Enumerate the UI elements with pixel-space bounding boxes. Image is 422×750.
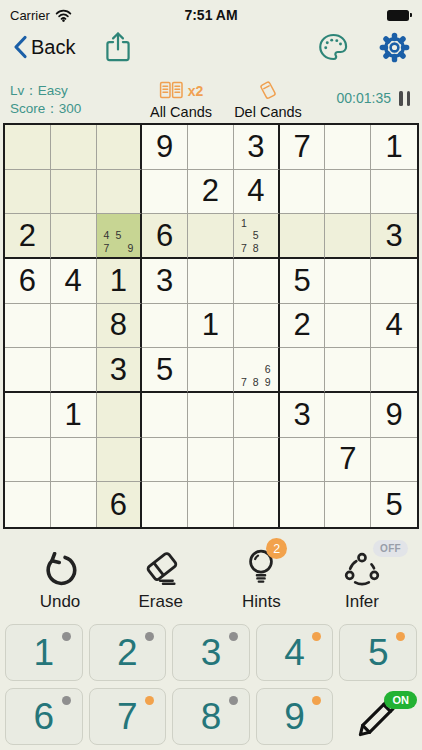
sudoku-board: 93712424579615783641358124356789139765	[3, 123, 419, 529]
nav-bar: Back	[0, 26, 422, 68]
cell-r6c5[interactable]	[188, 348, 234, 393]
cell-value: 6	[156, 218, 173, 254]
cell-r9c5[interactable]	[188, 482, 234, 527]
cell-value: 8	[110, 307, 127, 343]
cell-r1c4[interactable]: 9	[142, 125, 188, 170]
cell-r2c2[interactable]	[51, 170, 97, 215]
cell-r8c6[interactable]	[234, 438, 280, 483]
cell-r9c6[interactable]	[234, 482, 280, 527]
lightbulb-icon	[223, 544, 299, 588]
cell-r7c1[interactable]	[5, 393, 51, 438]
nav-right-group	[318, 32, 410, 63]
cell-r9c1[interactable]	[5, 482, 51, 527]
cell-value: 1	[202, 307, 219, 343]
cell-r2c8[interactable]	[325, 170, 371, 215]
cell-r4c4[interactable]: 3	[142, 259, 188, 304]
cell-r6c4[interactable]: 5	[142, 348, 188, 393]
cell-r7c8[interactable]	[325, 393, 371, 438]
cell-r2c3[interactable]	[97, 170, 143, 215]
cell-value: 7	[293, 129, 310, 165]
settings-button[interactable]	[379, 32, 410, 63]
cell-r4c3[interactable]: 1	[97, 259, 143, 304]
cell-value: 9	[156, 129, 173, 165]
candidates: 1578	[234, 214, 278, 257]
cell-r3c8[interactable]	[325, 214, 371, 259]
del-cands-label: Del Cands	[228, 104, 308, 120]
cell-value: 2	[202, 173, 219, 209]
cell-r4c7[interactable]: 5	[280, 259, 326, 304]
info-bar: Lv：Easy Score：300 x2 All Cands	[0, 80, 422, 120]
status-bar: Carrier 7:51 AM	[0, 0, 422, 26]
key-dot-orange	[396, 632, 405, 641]
cell-r6c6[interactable]: 6789	[234, 348, 280, 393]
cell-r4c8[interactable]	[325, 259, 371, 304]
cell-r3c7[interactable]	[280, 214, 326, 259]
cell-r3c9[interactable]: 3	[371, 214, 417, 259]
cell-value: 4	[385, 307, 402, 343]
cell-r6c3[interactable]: 3	[97, 348, 143, 393]
infer-button[interactable]: OFF Infer	[324, 544, 400, 612]
key-digit: 9	[284, 696, 305, 738]
cell-r2c9[interactable]	[371, 170, 417, 215]
cell-value: 4	[65, 263, 82, 299]
cell-r7c4[interactable]	[142, 393, 188, 438]
numpad-key-1[interactable]: 1	[5, 624, 83, 681]
cell-value: 6	[110, 487, 127, 523]
cell-r7c6[interactable]	[234, 393, 280, 438]
numpad-key-7[interactable]: 7	[89, 688, 167, 745]
cell-r5c8[interactable]	[325, 304, 371, 349]
cell-r6c9[interactable]	[371, 348, 417, 393]
candidates: 6789	[234, 348, 278, 391]
cell-r8c7[interactable]	[280, 438, 326, 483]
cell-r5c5[interactable]: 1	[188, 304, 234, 349]
hints-button[interactable]: 2 Hints	[223, 544, 299, 612]
cell-value: 5	[156, 352, 173, 388]
card-icon	[256, 80, 280, 102]
cell-r1c1[interactable]	[5, 125, 51, 170]
cell-r8c8[interactable]: 7	[325, 438, 371, 483]
undo-label: Undo	[22, 592, 98, 612]
key-dot-gray	[62, 632, 71, 641]
numpad-key-6[interactable]: 6	[5, 688, 83, 745]
cell-r3c1[interactable]: 2	[5, 214, 51, 259]
cell-r9c7[interactable]	[280, 482, 326, 527]
cell-r1c7[interactable]: 7	[280, 125, 326, 170]
key-digit: 4	[284, 632, 305, 674]
key-dot-gray	[145, 632, 154, 641]
cell-r7c7[interactable]: 3	[280, 393, 326, 438]
key-dot-orange	[312, 632, 321, 641]
pencil-toggle-button[interactable]: ON	[339, 688, 417, 745]
numpad: 123456789 ON	[5, 624, 417, 745]
cell-value: 4	[247, 173, 264, 209]
cell-r5c3[interactable]: 8	[97, 304, 143, 349]
cell-r9c2[interactable]	[51, 482, 97, 527]
erase-label: Erase	[123, 592, 199, 612]
undo-button[interactable]: Undo	[22, 544, 98, 612]
cell-r2c6[interactable]: 4	[234, 170, 280, 215]
cell-r2c1[interactable]	[5, 170, 51, 215]
cell-value: 3	[247, 129, 264, 165]
cell-r5c4[interactable]	[142, 304, 188, 349]
cell-value: 7	[339, 441, 356, 477]
cell-r5c6[interactable]	[234, 304, 280, 349]
cell-r8c9[interactable]	[371, 438, 417, 483]
infer-off-badge: OFF	[373, 540, 408, 557]
key-dot-gray	[229, 632, 238, 641]
cell-r7c9[interactable]: 9	[371, 393, 417, 438]
key-digit: 5	[368, 632, 389, 674]
key-digit: 1	[34, 632, 55, 674]
cell-value: 6	[19, 263, 36, 299]
toolbar: Undo Erase 2	[0, 544, 422, 612]
key-dot-orange	[145, 696, 154, 705]
app-screen: Carrier 7:51 AM Back	[0, 0, 422, 750]
cell-r8c1[interactable]	[5, 438, 51, 483]
cell-r4c2[interactable]: 4	[51, 259, 97, 304]
cell-r6c8[interactable]	[325, 348, 371, 393]
all-cands-label: All Cands	[136, 104, 226, 120]
key-digit: 7	[117, 696, 138, 738]
cell-r5c1[interactable]	[5, 304, 51, 349]
book-icon	[159, 81, 184, 101]
cell-r7c5[interactable]	[188, 393, 234, 438]
cell-r1c3[interactable]	[97, 125, 143, 170]
pencil-on-badge: ON	[384, 691, 417, 709]
status-time: 7:51 AM	[0, 7, 422, 23]
all-cands-button[interactable]: x2 All Cands	[136, 80, 226, 120]
cell-r2c5[interactable]: 2	[188, 170, 234, 215]
key-digit: 8	[201, 696, 222, 738]
share-icon	[103, 31, 133, 63]
cell-r3c3[interactable]: 4579	[97, 214, 143, 259]
pause-button[interactable]	[399, 91, 410, 106]
eraser-icon	[123, 544, 199, 588]
cell-r7c2[interactable]: 1	[51, 393, 97, 438]
key-dot-orange	[312, 696, 321, 705]
theme-button[interactable]	[318, 33, 349, 61]
cell-value: 1	[110, 263, 127, 299]
cell-value: 5	[385, 487, 402, 523]
cell-r4c1[interactable]: 6	[5, 259, 51, 304]
share-button[interactable]	[103, 31, 133, 63]
cell-value: 2	[293, 307, 310, 343]
cell-r8c3[interactable]	[97, 438, 143, 483]
back-button[interactable]: Back	[12, 35, 75, 59]
cell-value: 2	[19, 218, 36, 254]
cell-r6c7[interactable]	[280, 348, 326, 393]
key-digit: 6	[34, 696, 55, 738]
score-label: Score：300	[10, 100, 81, 118]
timer-value: 00:01:35	[337, 90, 392, 106]
cell-r3c5[interactable]	[188, 214, 234, 259]
key-digit: 3	[201, 632, 222, 674]
cell-r3c4[interactable]: 6	[142, 214, 188, 259]
cell-r9c3[interactable]: 6	[97, 482, 143, 527]
cell-value: 3	[293, 397, 310, 433]
del-cands-button[interactable]: Del Cands	[228, 80, 308, 120]
cell-r1c8[interactable]	[325, 125, 371, 170]
cell-r6c2[interactable]	[51, 348, 97, 393]
infer-label: Infer	[324, 592, 400, 612]
cell-r2c7[interactable]	[280, 170, 326, 215]
candidates: 4579	[97, 214, 141, 257]
cell-r1c5[interactable]	[188, 125, 234, 170]
numpad-key-9[interactable]: 9	[256, 688, 334, 745]
gear-icon	[379, 32, 410, 63]
key-digit: 2	[117, 632, 138, 674]
numpad-key-2[interactable]: 2	[89, 624, 167, 681]
cell-r4c6[interactable]	[234, 259, 280, 304]
cell-value: 5	[293, 263, 310, 299]
cell-r4c9[interactable]	[371, 259, 417, 304]
cell-r9c4[interactable]	[142, 482, 188, 527]
level-score: Lv：Easy Score：300	[10, 82, 81, 118]
cell-r8c5[interactable]	[188, 438, 234, 483]
undo-icon	[22, 544, 98, 588]
cell-value: 3	[156, 263, 173, 299]
cell-r4c5[interactable]	[188, 259, 234, 304]
cell-r6c1[interactable]	[5, 348, 51, 393]
level-label: Lv：Easy	[10, 82, 81, 100]
cell-r9c9[interactable]: 5	[371, 482, 417, 527]
all-cands-badge: x2	[188, 83, 204, 99]
cell-r5c7[interactable]: 2	[280, 304, 326, 349]
cell-r1c9[interactable]: 1	[371, 125, 417, 170]
timer-group: 00:01:35	[337, 90, 411, 106]
numpad-key-3[interactable]: 3	[172, 624, 250, 681]
cell-r8c2[interactable]	[51, 438, 97, 483]
cell-value: 1	[65, 397, 82, 433]
cell-value: 3	[385, 218, 402, 254]
cell-r5c2[interactable]	[51, 304, 97, 349]
cell-value: 1	[385, 129, 402, 165]
cell-r3c6[interactable]: 1578	[234, 214, 280, 259]
cell-value: 3	[110, 352, 127, 388]
numpad-key-8[interactable]: 8	[172, 688, 250, 745]
cell-r1c2[interactable]	[51, 125, 97, 170]
cell-r9c8[interactable]	[325, 482, 371, 527]
back-label: Back	[31, 36, 75, 59]
cell-r8c4[interactable]	[142, 438, 188, 483]
back-chevron-icon	[12, 35, 28, 59]
key-dot-gray	[229, 696, 238, 705]
numpad-key-4[interactable]: 4	[256, 624, 334, 681]
cell-r5c9[interactable]: 4	[371, 304, 417, 349]
cell-value: 9	[385, 397, 402, 433]
cell-r7c3[interactable]	[97, 393, 143, 438]
cell-r1c6[interactable]: 3	[234, 125, 280, 170]
cell-r3c2[interactable]	[51, 214, 97, 259]
erase-button[interactable]: Erase	[123, 544, 199, 612]
cell-r2c4[interactable]	[142, 170, 188, 215]
hints-label: Hints	[223, 592, 299, 612]
numpad-key-5[interactable]: 5	[339, 624, 417, 681]
key-dot-gray	[62, 696, 71, 705]
palette-icon	[318, 33, 349, 61]
